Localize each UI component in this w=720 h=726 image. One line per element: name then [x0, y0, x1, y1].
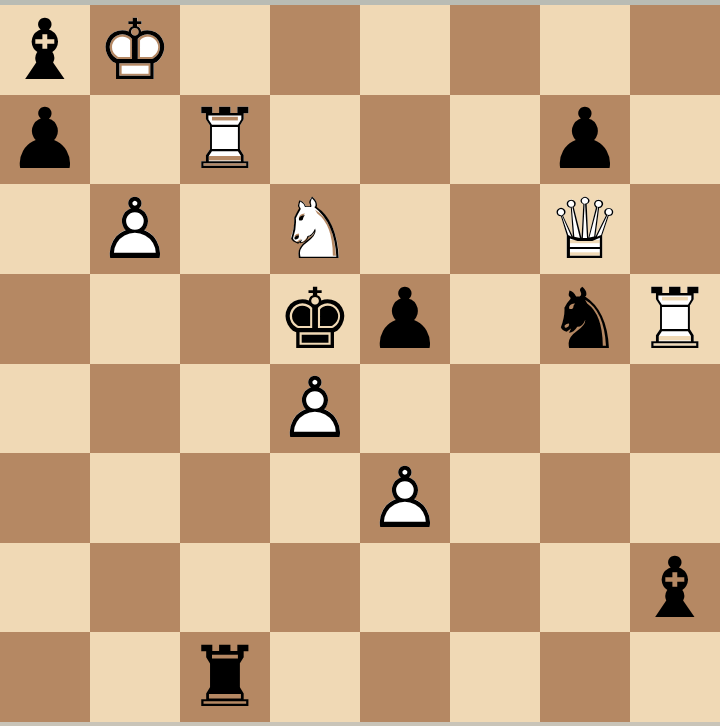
square-d2[interactable] [270, 543, 360, 633]
white-pawn-outline: ♙ [90, 184, 180, 274]
square-a1[interactable] [0, 632, 90, 722]
square-a6[interactable] [0, 184, 90, 274]
bottom-strip [0, 722, 720, 726]
black-knight[interactable]: ♞ [540, 274, 630, 364]
white-knight[interactable]: ♞♘ [270, 184, 360, 274]
square-h8[interactable] [630, 5, 720, 95]
black-pawn[interactable]: ♟ [540, 95, 630, 185]
square-h3[interactable] [630, 453, 720, 543]
square-a2[interactable] [0, 543, 90, 633]
square-b3[interactable] [90, 453, 180, 543]
black-pawn-glyph: ♟ [360, 274, 450, 364]
square-h5[interactable]: ♜♖ [630, 274, 720, 364]
square-b8[interactable]: ♚♔ [90, 5, 180, 95]
square-c1[interactable]: ♜ [180, 632, 270, 722]
white-rook-outline: ♖ [630, 274, 720, 364]
square-e2[interactable] [360, 543, 450, 633]
square-f6[interactable] [450, 184, 540, 274]
square-b7[interactable] [90, 95, 180, 185]
white-queen-outline: ♕ [540, 184, 630, 274]
white-rook[interactable]: ♜♖ [630, 274, 720, 364]
black-rook[interactable]: ♜ [180, 632, 270, 722]
white-pawn[interactable]: ♟♙ [90, 184, 180, 274]
square-h6[interactable] [630, 184, 720, 274]
square-g4[interactable] [540, 364, 630, 454]
square-c4[interactable] [180, 364, 270, 454]
square-b6[interactable]: ♟♙ [90, 184, 180, 274]
square-h2[interactable]: ♝ [630, 543, 720, 633]
square-g5[interactable]: ♞ [540, 274, 630, 364]
square-c5[interactable] [180, 274, 270, 364]
square-d3[interactable] [270, 453, 360, 543]
white-pawn[interactable]: ♟♙ [270, 364, 360, 454]
square-e5[interactable]: ♟ [360, 274, 450, 364]
square-c7[interactable]: ♜♖ [180, 95, 270, 185]
black-knight-glyph: ♞ [540, 274, 630, 364]
black-bishop[interactable]: ♝ [630, 543, 720, 633]
black-king-glyph: ♚ [270, 274, 360, 364]
chess-board: ♝♚♔♟♜♖♟♟♙♞♘♛♕♚♟♞♜♖♟♙♟♙♝♜ [0, 5, 720, 722]
square-e3[interactable]: ♟♙ [360, 453, 450, 543]
square-g3[interactable] [540, 453, 630, 543]
white-rook[interactable]: ♜♖ [180, 95, 270, 185]
square-c3[interactable] [180, 453, 270, 543]
square-e1[interactable] [360, 632, 450, 722]
square-f3[interactable] [450, 453, 540, 543]
square-f8[interactable] [450, 5, 540, 95]
black-pawn[interactable]: ♟ [0, 95, 90, 185]
square-h7[interactable] [630, 95, 720, 185]
square-f5[interactable] [450, 274, 540, 364]
square-d1[interactable] [270, 632, 360, 722]
white-king[interactable]: ♚♔ [90, 5, 180, 95]
square-c2[interactable] [180, 543, 270, 633]
square-b2[interactable] [90, 543, 180, 633]
square-a5[interactable] [0, 274, 90, 364]
square-d6[interactable]: ♞♘ [270, 184, 360, 274]
black-pawn-glyph: ♟ [540, 95, 630, 185]
white-pawn[interactable]: ♟♙ [360, 453, 450, 543]
square-g1[interactable] [540, 632, 630, 722]
square-e7[interactable] [360, 95, 450, 185]
square-b5[interactable] [90, 274, 180, 364]
chess-app-window: ♝♚♔♟♜♖♟♟♙♞♘♛♕♚♟♞♜♖♟♙♟♙♝♜ [0, 0, 720, 726]
square-b4[interactable] [90, 364, 180, 454]
black-king[interactable]: ♚ [270, 274, 360, 364]
square-a3[interactable] [0, 453, 90, 543]
square-g7[interactable]: ♟ [540, 95, 630, 185]
square-g8[interactable] [540, 5, 630, 95]
square-h4[interactable] [630, 364, 720, 454]
black-pawn[interactable]: ♟ [360, 274, 450, 364]
square-f2[interactable] [450, 543, 540, 633]
white-knight-outline: ♘ [270, 184, 360, 274]
white-queen[interactable]: ♛♕ [540, 184, 630, 274]
square-e6[interactable] [360, 184, 450, 274]
square-b1[interactable] [90, 632, 180, 722]
square-g2[interactable] [540, 543, 630, 633]
black-rook-glyph: ♜ [180, 632, 270, 722]
white-rook-outline: ♖ [180, 95, 270, 185]
square-f4[interactable] [450, 364, 540, 454]
square-a8[interactable]: ♝ [0, 5, 90, 95]
square-d7[interactable] [270, 95, 360, 185]
white-pawn-outline: ♙ [360, 453, 450, 543]
square-e4[interactable] [360, 364, 450, 454]
square-h1[interactable] [630, 632, 720, 722]
black-pawn-glyph: ♟ [0, 95, 90, 185]
white-pawn-outline: ♙ [270, 364, 360, 454]
square-g6[interactable]: ♛♕ [540, 184, 630, 274]
square-d8[interactable] [270, 5, 360, 95]
square-d5[interactable]: ♚ [270, 274, 360, 364]
square-c8[interactable] [180, 5, 270, 95]
white-king-outline: ♔ [90, 5, 180, 95]
square-e8[interactable] [360, 5, 450, 95]
square-f7[interactable] [450, 95, 540, 185]
square-a7[interactable]: ♟ [0, 95, 90, 185]
square-c6[interactable] [180, 184, 270, 274]
black-bishop[interactable]: ♝ [0, 5, 90, 95]
black-bishop-glyph: ♝ [0, 5, 90, 95]
square-f1[interactable] [450, 632, 540, 722]
square-a4[interactable] [0, 364, 90, 454]
black-bishop-glyph: ♝ [630, 543, 720, 633]
square-d4[interactable]: ♟♙ [270, 364, 360, 454]
